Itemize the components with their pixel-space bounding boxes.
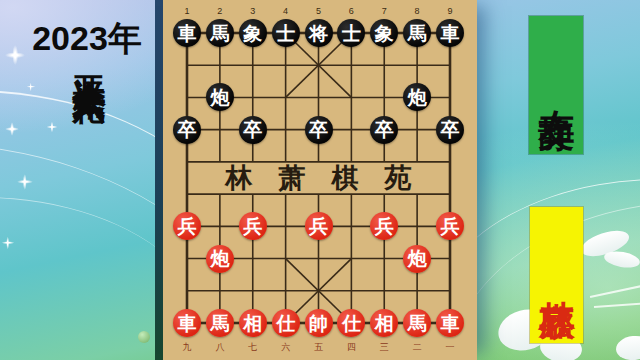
piece-red-兵[interactable]: 兵 bbox=[436, 212, 464, 240]
piece-red-兵[interactable]: 兵 bbox=[239, 212, 267, 240]
river-text-char: 萧 bbox=[279, 160, 306, 196]
file-label-top: 7 bbox=[382, 7, 387, 16]
flower-petal bbox=[615, 334, 640, 360]
file-label-bottom: 六 bbox=[281, 343, 290, 352]
file-label-top: 9 bbox=[447, 7, 452, 16]
piece-red-仕[interactable]: 仕 bbox=[337, 309, 365, 337]
board-grid bbox=[163, 0, 477, 360]
piece-black-炮[interactable]: 炮 bbox=[206, 83, 234, 111]
piece-red-車[interactable]: 車 bbox=[436, 309, 464, 337]
xiangqi-board[interactable]: 123456789九八七六五四三二一林萧棋苑車馬象士将士象馬車炮炮卒卒卒卒卒兵兵… bbox=[163, 0, 477, 360]
file-label-top: 3 bbox=[250, 7, 255, 16]
file-label-bottom: 四 bbox=[347, 343, 356, 352]
file-label-bottom: 五 bbox=[314, 343, 323, 352]
piece-red-車[interactable]: 車 bbox=[173, 309, 201, 337]
stage: 2023年 亚运会个人第六轮 123456789九八七六五四三二一林萧棋苑車馬象… bbox=[0, 0, 640, 360]
file-label-bottom: 九 bbox=[183, 343, 192, 352]
piece-black-卒[interactable]: 卒 bbox=[173, 116, 201, 144]
file-label-top: 6 bbox=[349, 7, 354, 16]
piece-red-帥[interactable]: 帥 bbox=[305, 309, 333, 337]
file-label-bottom: 二 bbox=[413, 343, 422, 352]
piece-black-士[interactable]: 士 bbox=[337, 19, 365, 47]
file-label-bottom: 一 bbox=[446, 343, 455, 352]
event-caption-title: 亚运会个人第六轮 bbox=[66, 50, 111, 350]
piece-red-炮[interactable]: 炮 bbox=[403, 245, 431, 273]
player-tag-red-side: 林嘉欣 bbox=[530, 207, 583, 343]
piece-red-兵[interactable]: 兵 bbox=[173, 212, 201, 240]
river-text-char: 苑 bbox=[385, 160, 412, 196]
piece-black-馬[interactable]: 馬 bbox=[403, 19, 431, 47]
piece-red-仕[interactable]: 仕 bbox=[272, 309, 300, 337]
file-label-top: 2 bbox=[217, 7, 222, 16]
board-left-edge bbox=[155, 0, 163, 360]
flower-petal bbox=[603, 249, 640, 270]
file-label-bottom: 七 bbox=[248, 343, 257, 352]
piece-red-馬[interactable]: 馬 bbox=[206, 309, 234, 337]
player-name-top: 左文静 bbox=[532, 81, 581, 90]
piece-red-相[interactable]: 相 bbox=[370, 309, 398, 337]
piece-red-兵[interactable]: 兵 bbox=[370, 212, 398, 240]
player-tag-black-side: 左文静 bbox=[529, 16, 583, 154]
piece-black-車[interactable]: 車 bbox=[173, 19, 201, 47]
file-label-bottom: 八 bbox=[215, 343, 224, 352]
piece-black-卒[interactable]: 卒 bbox=[305, 116, 333, 144]
flower-stem bbox=[590, 285, 640, 298]
piece-black-卒[interactable]: 卒 bbox=[436, 116, 464, 144]
piece-black-車[interactable]: 車 bbox=[436, 19, 464, 47]
file-label-top: 4 bbox=[283, 7, 288, 16]
file-label-bottom: 三 bbox=[380, 343, 389, 352]
piece-red-炮[interactable]: 炮 bbox=[206, 245, 234, 273]
piece-black-卒[interactable]: 卒 bbox=[239, 116, 267, 144]
file-label-top: 8 bbox=[415, 7, 420, 16]
file-label-top: 5 bbox=[316, 7, 321, 16]
piece-red-馬[interactable]: 馬 bbox=[403, 309, 431, 337]
file-label-top: 1 bbox=[184, 7, 189, 16]
river-text-char: 棋 bbox=[332, 160, 359, 196]
piece-black-卒[interactable]: 卒 bbox=[370, 116, 398, 144]
piece-black-炮[interactable]: 炮 bbox=[403, 83, 431, 111]
player-name-bottom: 林嘉欣 bbox=[532, 271, 581, 280]
river-text-char: 林 bbox=[226, 160, 253, 196]
piece-black-馬[interactable]: 馬 bbox=[206, 19, 234, 47]
piece-black-士[interactable]: 士 bbox=[272, 19, 300, 47]
piece-red-兵[interactable]: 兵 bbox=[305, 212, 333, 240]
event-caption: 2023年 亚运会个人第六轮 bbox=[0, 0, 155, 360]
flower-stem bbox=[594, 303, 640, 308]
piece-red-相[interactable]: 相 bbox=[239, 309, 267, 337]
piece-black-象[interactable]: 象 bbox=[370, 19, 398, 47]
piece-black-将[interactable]: 将 bbox=[305, 19, 333, 47]
piece-black-象[interactable]: 象 bbox=[239, 19, 267, 47]
